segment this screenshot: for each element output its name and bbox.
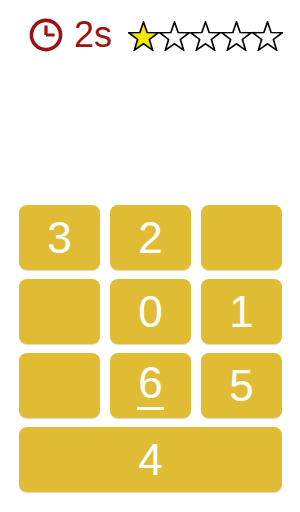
grid-cell-button[interactable]: 1 [201, 279, 282, 344]
cell-label-underlined: 6 [137, 361, 163, 410]
grid-cell-button[interactable]: 6 [110, 353, 191, 418]
cell-label: 3 [47, 216, 71, 260]
grid-cell-button-blank[interactable] [201, 205, 282, 270]
grid-cell-button-blank[interactable] [19, 353, 100, 418]
star-icon [221, 21, 252, 51]
hud-bar: 2s [0, 0, 300, 72]
grid-cell-button-blank[interactable] [19, 279, 100, 344]
grid-cell-button-wide[interactable]: 4 [19, 427, 282, 492]
cell-label: 4 [138, 438, 162, 482]
grid-cell-button[interactable]: 2 [110, 205, 191, 270]
cell-label: 1 [229, 290, 253, 334]
cell-label: 0 [138, 290, 162, 334]
star-icon [252, 21, 283, 51]
star-icon [190, 21, 221, 51]
timer-text: 2s [74, 17, 112, 53]
star-icon [128, 21, 159, 51]
grid-cell-button[interactable]: 0 [110, 279, 191, 344]
grid-cell-button[interactable]: 3 [19, 205, 100, 270]
cell-label: 2 [138, 216, 162, 260]
number-grid: 3 2 0 1 6 5 4 [19, 205, 282, 492]
grid-cell-button[interactable]: 5 [201, 353, 282, 418]
star-icon [159, 21, 190, 51]
star-rating [128, 21, 283, 51]
clock-icon [29, 18, 63, 52]
cell-label: 5 [229, 364, 253, 408]
